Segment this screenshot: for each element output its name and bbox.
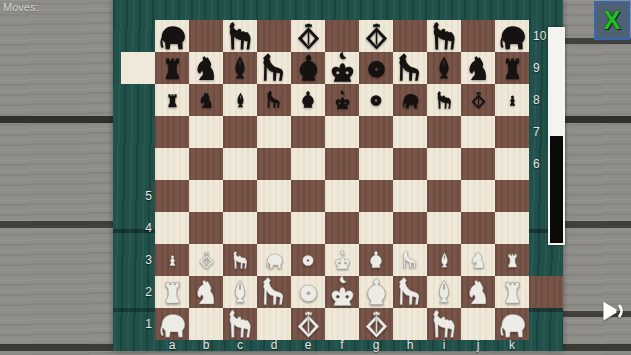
piece-white-pawn[interactable] xyxy=(166,254,179,267)
square-h6[interactable] xyxy=(393,148,427,180)
piece-white-pawn-of-vizier[interactable] xyxy=(300,252,316,268)
square-a8[interactable] xyxy=(155,84,189,116)
square-b1[interactable] xyxy=(189,308,223,340)
square-e1[interactable] xyxy=(291,308,325,340)
square-i10[interactable] xyxy=(427,20,461,52)
square-c10[interactable] xyxy=(223,20,257,52)
file-label-c: c xyxy=(223,339,257,352)
rank-label-3: 3 xyxy=(136,253,152,267)
square-h9[interactable] xyxy=(393,52,427,84)
square-e7[interactable] xyxy=(291,116,325,148)
piece-white-elephant[interactable] xyxy=(496,308,529,341)
square-c3[interactable] xyxy=(223,244,257,276)
square-b2[interactable] xyxy=(189,276,223,308)
close-button[interactable]: X xyxy=(594,1,630,40)
square-j2[interactable] xyxy=(461,276,495,308)
square-a6[interactable] xyxy=(155,148,189,180)
piece-white-picket[interactable] xyxy=(227,279,253,305)
square-d10[interactable] xyxy=(257,20,291,52)
square-d5[interactable] xyxy=(257,180,291,212)
piece-black-war-engine[interactable] xyxy=(294,22,323,51)
close-x-icon: X xyxy=(604,8,621,33)
square-f1[interactable] xyxy=(325,308,359,340)
rank-label-2: 2 xyxy=(136,285,152,299)
piece-black-rook[interactable] xyxy=(499,55,526,82)
piece-white-general[interactable] xyxy=(361,277,392,308)
piece-white-pawn-of-picket[interactable] xyxy=(436,252,453,269)
square-d2[interactable] xyxy=(257,276,291,308)
square-h10[interactable] xyxy=(393,20,427,52)
square-g4[interactable] xyxy=(359,212,393,244)
file-label-a: a xyxy=(155,339,189,352)
square-h2[interactable] xyxy=(393,276,427,308)
piece-white-king[interactable] xyxy=(326,276,359,309)
square-f6[interactable] xyxy=(325,148,359,180)
file-label-f: f xyxy=(325,339,359,352)
square-h8[interactable] xyxy=(393,84,427,116)
rank-label-6: 6 xyxy=(533,157,549,171)
square-a2[interactable] xyxy=(155,276,189,308)
square-f10[interactable] xyxy=(325,20,359,52)
square-d7[interactable] xyxy=(257,116,291,148)
piece-white-rook[interactable] xyxy=(499,279,526,306)
file-label-h: h xyxy=(393,339,427,352)
square-a3[interactable] xyxy=(155,244,189,276)
piece-white-picket[interactable] xyxy=(431,279,457,305)
square-a4[interactable] xyxy=(155,212,189,244)
square-j6[interactable] xyxy=(461,148,495,180)
eval-bar-black-part xyxy=(550,136,563,243)
square-i9[interactable] xyxy=(427,52,461,84)
square-j4[interactable] xyxy=(461,212,495,244)
square-j1[interactable] xyxy=(461,308,495,340)
square-g1[interactable] xyxy=(359,308,393,340)
square-h7[interactable] xyxy=(393,116,427,148)
game-screen: Moves: 10987654321abcdefghijk X xyxy=(0,0,631,355)
rank-label-9: 9 xyxy=(533,61,549,75)
piece-black-knight[interactable] xyxy=(464,54,493,83)
square-g3[interactable] xyxy=(359,244,393,276)
square-d1[interactable] xyxy=(257,308,291,340)
square-k1[interactable] xyxy=(495,308,529,340)
square-f8[interactable] xyxy=(325,84,359,116)
square-k3[interactable] xyxy=(495,244,529,276)
tamerlane-board xyxy=(155,20,529,340)
square-c9[interactable] xyxy=(223,52,257,84)
square-g7[interactable] xyxy=(359,116,393,148)
square-j3[interactable] xyxy=(461,244,495,276)
piece-white-pawn-of-rook[interactable] xyxy=(504,252,521,269)
piece-white-pawn-of-general[interactable] xyxy=(366,250,386,270)
square-c8[interactable] xyxy=(223,84,257,116)
square-e9[interactable] xyxy=(291,52,325,84)
square-c4[interactable] xyxy=(223,212,257,244)
piece-black-giraffe[interactable] xyxy=(258,52,290,84)
piece-white-rook[interactable] xyxy=(159,279,186,306)
square-c1[interactable] xyxy=(223,308,257,340)
square-a1[interactable] xyxy=(155,308,189,340)
square-h3[interactable] xyxy=(393,244,427,276)
square-f7[interactable] xyxy=(325,116,359,148)
piece-white-pawn-of-knight[interactable] xyxy=(469,251,488,270)
square-e8[interactable] xyxy=(291,84,325,116)
piece-black-pawn-of-war-engine[interactable] xyxy=(469,91,488,110)
square-i8[interactable] xyxy=(427,84,461,116)
square-j7[interactable] xyxy=(461,116,495,148)
square-i7[interactable] xyxy=(427,116,461,148)
square-h1[interactable] xyxy=(393,308,427,340)
square-e2[interactable] xyxy=(291,276,325,308)
piece-white-camel[interactable] xyxy=(428,308,461,341)
square-k10[interactable] xyxy=(495,20,529,52)
citadel-square-left[interactable] xyxy=(121,52,155,84)
piece-white-war-engine[interactable] xyxy=(362,310,391,339)
file-label-j: j xyxy=(461,339,495,352)
piece-black-pawn-of-picket[interactable] xyxy=(232,92,249,109)
piece-black-giraffe[interactable] xyxy=(394,52,426,84)
square-f4[interactable] xyxy=(325,212,359,244)
rank-label-7: 7 xyxy=(533,125,549,139)
square-g6[interactable] xyxy=(359,148,393,180)
square-j9[interactable] xyxy=(461,52,495,84)
piece-black-picket[interactable] xyxy=(227,55,253,81)
square-f3[interactable] xyxy=(325,244,359,276)
square-g8[interactable] xyxy=(359,84,393,116)
square-e6[interactable] xyxy=(291,148,325,180)
piece-black-pawn-of-rook[interactable] xyxy=(164,92,181,109)
piece-black-pawn-of-camel[interactable] xyxy=(434,90,455,111)
square-e3[interactable] xyxy=(291,244,325,276)
piece-black-general[interactable] xyxy=(293,53,324,84)
square-j10[interactable] xyxy=(461,20,495,52)
rank-label-10: 10 xyxy=(533,29,549,43)
square-k9[interactable] xyxy=(495,52,529,84)
square-f9[interactable] xyxy=(325,52,359,84)
square-i4[interactable] xyxy=(427,212,461,244)
square-i3[interactable] xyxy=(427,244,461,276)
rank-label-4: 4 xyxy=(136,221,152,235)
square-h4[interactable] xyxy=(393,212,427,244)
square-b7[interactable] xyxy=(189,116,223,148)
square-g9[interactable] xyxy=(359,52,393,84)
square-d8[interactable] xyxy=(257,84,291,116)
square-d4[interactable] xyxy=(257,212,291,244)
piece-white-war-engine[interactable] xyxy=(294,310,323,339)
square-c6[interactable] xyxy=(223,148,257,180)
square-k2[interactable] xyxy=(495,276,529,308)
square-a10[interactable] xyxy=(155,20,189,52)
file-label-b: b xyxy=(189,339,223,352)
piece-white-pawn-of-camel[interactable] xyxy=(230,250,251,271)
piece-black-pawn-of-king[interactable] xyxy=(332,90,353,111)
square-k6[interactable] xyxy=(495,148,529,180)
rank-label-1: 1 xyxy=(136,317,152,331)
eval-bar xyxy=(548,27,565,245)
square-g2[interactable] xyxy=(359,276,393,308)
piece-black-pawn-of-giraffe[interactable] xyxy=(264,90,284,110)
square-d3[interactable] xyxy=(257,244,291,276)
square-e5[interactable] xyxy=(291,180,325,212)
square-a5[interactable] xyxy=(155,180,189,212)
file-label-d: d xyxy=(257,339,291,352)
file-label-k: k xyxy=(495,339,529,352)
square-b8[interactable] xyxy=(189,84,223,116)
piece-white-pawn-of-king[interactable] xyxy=(332,250,353,271)
square-b9[interactable] xyxy=(189,52,223,84)
square-k5[interactable] xyxy=(495,180,529,212)
piece-black-pawn[interactable] xyxy=(506,94,519,107)
piece-black-pawn-of-knight[interactable] xyxy=(197,91,216,110)
square-g5[interactable] xyxy=(359,180,393,212)
piece-black-king[interactable] xyxy=(326,52,359,85)
piece-black-war-engine[interactable] xyxy=(362,22,391,51)
speaker-icon[interactable] xyxy=(599,296,629,326)
square-b10[interactable] xyxy=(189,20,223,52)
piece-black-pawn-of-elephant[interactable] xyxy=(400,90,421,111)
piece-white-camel[interactable] xyxy=(224,308,257,341)
piece-black-pawn-of-general[interactable] xyxy=(298,90,318,110)
file-label-e: e xyxy=(291,339,325,352)
piece-white-elephant[interactable] xyxy=(156,308,189,341)
rank-label-8: 8 xyxy=(533,93,549,107)
piece-white-giraffe[interactable] xyxy=(258,276,290,308)
rank-label-5: 5 xyxy=(136,189,152,203)
square-j8[interactable] xyxy=(461,84,495,116)
square-j5[interactable] xyxy=(461,180,495,212)
piece-black-picket[interactable] xyxy=(431,55,457,81)
citadel-square-right[interactable] xyxy=(529,276,563,308)
square-e10[interactable] xyxy=(291,20,325,52)
piece-white-pawn-of-elephant[interactable] xyxy=(264,250,285,271)
square-c5[interactable] xyxy=(223,180,257,212)
piece-black-vizier[interactable] xyxy=(364,56,389,81)
square-i6[interactable] xyxy=(427,148,461,180)
square-f2[interactable] xyxy=(325,276,359,308)
piece-black-camel[interactable] xyxy=(428,20,461,53)
square-d6[interactable] xyxy=(257,148,291,180)
piece-black-rook[interactable] xyxy=(159,55,186,82)
piece-white-pawn-of-war-engine[interactable] xyxy=(197,251,216,270)
piece-white-knight[interactable] xyxy=(464,278,493,307)
piece-black-pawn-of-vizier[interactable] xyxy=(368,92,384,108)
square-b3[interactable] xyxy=(189,244,223,276)
piece-white-pawn-of-giraffe[interactable] xyxy=(400,250,420,270)
piece-black-elephant[interactable] xyxy=(156,20,189,53)
square-e4[interactable] xyxy=(291,212,325,244)
piece-white-giraffe[interactable] xyxy=(394,276,426,308)
square-b4[interactable] xyxy=(189,212,223,244)
square-c7[interactable] xyxy=(223,116,257,148)
moves-label: Moves: xyxy=(3,1,38,13)
square-b5[interactable] xyxy=(189,180,223,212)
square-i1[interactable] xyxy=(427,308,461,340)
piece-black-camel[interactable] xyxy=(224,20,257,53)
square-a9[interactable] xyxy=(155,52,189,84)
square-k4[interactable] xyxy=(495,212,529,244)
square-d9[interactable] xyxy=(257,52,291,84)
piece-black-elephant[interactable] xyxy=(496,20,529,53)
file-label-i: i xyxy=(427,339,461,352)
square-k7[interactable] xyxy=(495,116,529,148)
square-g10[interactable] xyxy=(359,20,393,52)
square-i2[interactable] xyxy=(427,276,461,308)
piece-white-vizier[interactable] xyxy=(296,280,321,305)
square-k8[interactable] xyxy=(495,84,529,116)
square-b6[interactable] xyxy=(189,148,223,180)
square-c2[interactable] xyxy=(223,276,257,308)
file-label-g: g xyxy=(359,339,393,352)
piece-white-knight[interactable] xyxy=(192,278,221,307)
square-h5[interactable] xyxy=(393,180,427,212)
square-f5[interactable] xyxy=(325,180,359,212)
piece-black-knight[interactable] xyxy=(192,54,221,83)
square-i5[interactable] xyxy=(427,180,461,212)
square-a7[interactable] xyxy=(155,116,189,148)
